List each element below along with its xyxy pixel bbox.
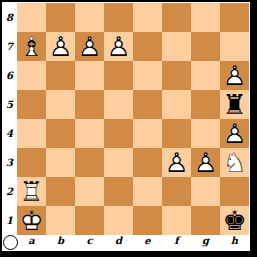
rank-label-4: 4 <box>2 119 17 148</box>
rank-label-1: 1 <box>2 206 17 235</box>
diagram-frame: 87654321 ♝♗♟︎♙♟︎♙♟︎♙♟︎♙♜♟︎♙♟︎♙♟︎♙♞♘♜♖♚♔♚… <box>0 0 257 257</box>
square-e6[interactable] <box>133 61 162 90</box>
rank-label-8: 8 <box>2 3 17 32</box>
square-a7[interactable]: ♝♗ <box>17 32 46 61</box>
square-f6[interactable] <box>162 61 191 90</box>
white-pawn-outline-glyph: ♙ <box>191 148 220 177</box>
chess-board[interactable]: ♝♗♟︎♙♟︎♙♟︎♙♟︎♙♜♟︎♙♟︎♙♟︎♙♞♘♜♖♚♔♚ <box>17 3 249 235</box>
square-f5[interactable] <box>162 90 191 119</box>
piece-white-pawn[interactable]: ♟︎♙ <box>191 148 220 177</box>
white-pawn-outline-glyph: ♙ <box>46 32 75 61</box>
square-d5[interactable] <box>104 90 133 119</box>
square-d2[interactable] <box>104 177 133 206</box>
square-e3[interactable] <box>133 148 162 177</box>
file-label-b: b <box>46 235 75 251</box>
square-c3[interactable] <box>75 148 104 177</box>
square-a2[interactable]: ♜♖ <box>17 177 46 206</box>
piece-white-bishop[interactable]: ♝♗ <box>17 32 46 61</box>
square-e8[interactable] <box>133 3 162 32</box>
rank-label-2: 2 <box>2 177 17 206</box>
file-label-d: d <box>104 235 133 251</box>
white-knight-outline-glyph: ♘ <box>220 148 249 177</box>
square-b7[interactable]: ♟︎♙ <box>46 32 75 61</box>
square-h4[interactable]: ♟︎♙ <box>220 119 249 148</box>
square-f3[interactable]: ♟︎♙ <box>162 148 191 177</box>
square-h5[interactable]: ♜ <box>220 90 249 119</box>
black-rook-glyph: ♜ <box>220 90 249 119</box>
square-g5[interactable] <box>191 90 220 119</box>
square-b4[interactable] <box>46 119 75 148</box>
square-h6[interactable]: ♟︎♙ <box>220 61 249 90</box>
square-f7[interactable] <box>162 32 191 61</box>
square-a1[interactable]: ♚♔ <box>17 206 46 235</box>
square-g7[interactable] <box>191 32 220 61</box>
rank-label-5: 5 <box>2 90 17 119</box>
piece-white-pawn[interactable]: ♟︎♙ <box>220 61 249 90</box>
square-a6[interactable] <box>17 61 46 90</box>
file-label-c: c <box>75 235 104 251</box>
square-e7[interactable] <box>133 32 162 61</box>
square-b2[interactable] <box>46 177 75 206</box>
square-h8[interactable] <box>220 3 249 32</box>
square-g1[interactable] <box>191 206 220 235</box>
square-c1[interactable] <box>75 206 104 235</box>
square-d8[interactable] <box>104 3 133 32</box>
file-label-e: e <box>133 235 162 251</box>
piece-white-knight[interactable]: ♞♘ <box>220 148 249 177</box>
square-b8[interactable] <box>46 3 75 32</box>
square-g4[interactable] <box>191 119 220 148</box>
file-label-f: f <box>162 235 191 251</box>
piece-white-rook[interactable]: ♜♖ <box>17 177 46 206</box>
square-a4[interactable] <box>17 119 46 148</box>
square-h2[interactable] <box>220 177 249 206</box>
square-d1[interactable] <box>104 206 133 235</box>
file-label-a: a <box>17 235 46 251</box>
square-b1[interactable] <box>46 206 75 235</box>
square-d4[interactable] <box>104 119 133 148</box>
square-e4[interactable] <box>133 119 162 148</box>
square-c2[interactable] <box>75 177 104 206</box>
white-pawn-outline-glyph: ♙ <box>220 119 249 148</box>
square-f2[interactable] <box>162 177 191 206</box>
piece-white-pawn[interactable]: ♟︎♙ <box>75 32 104 61</box>
square-f4[interactable] <box>162 119 191 148</box>
square-c7[interactable]: ♟︎♙ <box>75 32 104 61</box>
rank-label-7: 7 <box>2 32 17 61</box>
file-label-g: g <box>191 235 220 251</box>
square-h3[interactable]: ♞♘ <box>220 148 249 177</box>
piece-white-king[interactable]: ♚♔ <box>17 206 46 235</box>
square-b5[interactable] <box>46 90 75 119</box>
square-e2[interactable] <box>133 177 162 206</box>
square-e1[interactable] <box>133 206 162 235</box>
file-labels: abcdefgh <box>17 235 249 251</box>
square-h1[interactable]: ♚ <box>220 206 249 235</box>
white-pawn-outline-glyph: ♙ <box>104 32 133 61</box>
rank-label-6: 6 <box>2 61 17 90</box>
square-d3[interactable] <box>104 148 133 177</box>
file-label-h: h <box>220 235 249 251</box>
square-c6[interactable] <box>75 61 104 90</box>
white-bishop-outline-glyph: ♗ <box>17 32 46 61</box>
square-g8[interactable] <box>191 3 220 32</box>
square-f8[interactable] <box>162 3 191 32</box>
piece-white-pawn[interactable]: ♟︎♙ <box>104 32 133 61</box>
piece-black-king[interactable]: ♚ <box>220 206 249 235</box>
white-king-outline-glyph: ♔ <box>17 206 46 235</box>
square-h7[interactable] <box>220 32 249 61</box>
square-d6[interactable] <box>104 61 133 90</box>
rank-labels: 87654321 <box>2 3 17 235</box>
square-b3[interactable] <box>46 148 75 177</box>
piece-white-pawn[interactable]: ♟︎♙ <box>46 32 75 61</box>
black-king-glyph: ♚ <box>220 206 249 235</box>
square-d7[interactable]: ♟︎♙ <box>104 32 133 61</box>
square-a5[interactable] <box>17 90 46 119</box>
square-a3[interactable] <box>17 148 46 177</box>
side-to-move-indicator <box>3 235 18 250</box>
square-e5[interactable] <box>133 90 162 119</box>
piece-black-rook[interactable]: ♜ <box>220 90 249 119</box>
white-pawn-outline-glyph: ♙ <box>162 148 191 177</box>
square-c4[interactable] <box>75 119 104 148</box>
square-c5[interactable] <box>75 90 104 119</box>
white-rook-outline-glyph: ♖ <box>17 177 46 206</box>
square-g3[interactable]: ♟︎♙ <box>191 148 220 177</box>
board-panel: 87654321 ♝♗♟︎♙♟︎♙♟︎♙♟︎♙♜♟︎♙♟︎♙♟︎♙♞♘♜♖♚♔♚… <box>2 2 250 251</box>
piece-white-pawn[interactable]: ♟︎♙ <box>162 148 191 177</box>
square-b6[interactable] <box>46 61 75 90</box>
square-c8[interactable] <box>75 3 104 32</box>
white-pawn-outline-glyph: ♙ <box>75 32 104 61</box>
square-g2[interactable] <box>191 177 220 206</box>
rank-label-3: 3 <box>2 148 17 177</box>
white-pawn-outline-glyph: ♙ <box>220 61 249 90</box>
square-g6[interactable] <box>191 61 220 90</box>
square-a8[interactable] <box>17 3 46 32</box>
piece-white-pawn[interactable]: ♟︎♙ <box>220 119 249 148</box>
square-f1[interactable] <box>162 206 191 235</box>
